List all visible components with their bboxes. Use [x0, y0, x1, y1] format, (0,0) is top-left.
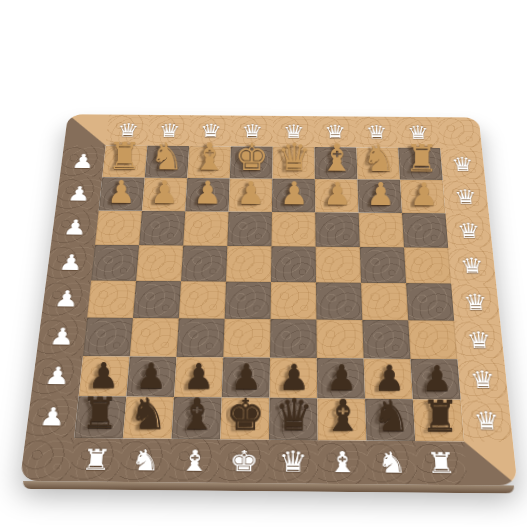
piece-white-pawn[interactable]: ♟: [279, 177, 308, 209]
border-cutout-crown-owl-hole: ♛: [465, 328, 492, 351]
border-cutout-crown-owl-hole: ♛: [456, 220, 482, 241]
rim-left: ♟: [41, 280, 91, 317]
piece-white-pawn[interactable]: ♟: [150, 176, 179, 208]
board-square[interactable]: [223, 319, 270, 358]
board-square[interactable]: ♜: [413, 399, 464, 441]
board-square[interactable]: ♜: [74, 396, 126, 438]
chess-board-grid: ♛♛♛♛♛♛♛♛♟♜♞♝♚♛♝♞♜♛♟♟♟♟♟♟♟♟♟♛♟♛♟♛♟♛♟♛♟♟♟♟…: [20, 114, 518, 485]
border-cutout-rook-hole: ♜: [426, 448, 458, 477]
board-square[interactable]: ♞: [123, 397, 174, 439]
border-cutout-bishop-hole: ♝: [328, 447, 358, 476]
piece-white-pawn[interactable]: ♟: [366, 178, 395, 210]
border-cutout-pawn-silhouette-hole: ♟: [53, 287, 80, 309]
rim-left: ♟: [60, 145, 106, 177]
board-square[interactable]: ♟: [315, 179, 359, 213]
border-cutout-crown-owl-hole: ♛: [450, 154, 475, 173]
rim-bottom: ♝: [169, 439, 220, 483]
board-square[interactable]: [316, 282, 362, 320]
border-cutout-crown-owl-hole: ♛: [472, 408, 500, 433]
board-square[interactable]: [406, 283, 454, 321]
border-cutout-pawn-silhouette-hole: ♟: [70, 151, 95, 170]
border-cutout-crown-owl-hole: ♛: [469, 367, 497, 391]
rim-right: ♛: [445, 213, 492, 248]
piece-black-queen[interactable]: ♛: [274, 393, 313, 437]
border-cutout-queen-hole: ♛: [278, 447, 308, 476]
rim-right: ♛: [440, 148, 485, 180]
board-square[interactable]: [270, 319, 317, 358]
border-cutout-bishop-hole: ♝: [179, 446, 210, 475]
board-square[interactable]: [271, 282, 317, 320]
border-cutout-pawn-silhouette-hole: ♟: [43, 364, 71, 388]
board-square[interactable]: ♟: [272, 179, 315, 213]
border-cutout-rook-hole: ♜: [80, 445, 112, 474]
rim-left: ♟: [46, 244, 95, 280]
rim-right: ♛: [457, 359, 508, 400]
board-square[interactable]: ♟: [229, 178, 273, 211]
board-square[interactable]: [361, 283, 408, 321]
board-square[interactable]: ♝: [172, 397, 222, 439]
piece-white-bishop[interactable]: ♝: [192, 138, 226, 176]
rim-corner-top-left: [64, 114, 109, 145]
photo-background: { "game": "chess", "scene_description": …: [0, 0, 527, 527]
rim-bottom: ♝: [318, 440, 368, 484]
border-cutout-pawn-silhouette-hole: ♟: [62, 217, 88, 238]
rim-left: ♟: [31, 356, 83, 397]
rim-right: ♛: [461, 400, 513, 442]
piece-black-knight[interactable]: ♞: [371, 393, 410, 437]
piece-white-pawn[interactable]: ♟: [193, 177, 222, 209]
board-square[interactable]: [133, 281, 181, 318]
board-square[interactable]: [402, 213, 448, 248]
rim-bottom: ♚: [219, 439, 269, 483]
piece-black-king[interactable]: ♚: [225, 392, 264, 436]
board-square[interactable]: [359, 213, 404, 248]
board-square[interactable]: [271, 246, 316, 282]
board-square[interactable]: [183, 211, 228, 246]
rim-bottom: ♞: [366, 441, 417, 485]
border-cutout-pawn-silhouette-hole: ♟: [58, 252, 85, 274]
board-square[interactable]: [83, 318, 133, 357]
piece-white-rook[interactable]: ♜: [107, 137, 141, 175]
piece-black-knight[interactable]: ♞: [128, 391, 167, 435]
piece-white-pawn[interactable]: ♟: [236, 177, 265, 209]
board-square[interactable]: [95, 210, 142, 245]
board-square[interactable]: ♟: [142, 178, 187, 211]
board-square[interactable]: ♚: [220, 397, 269, 439]
board-square[interactable]: [408, 320, 457, 359]
board-square[interactable]: [91, 245, 139, 281]
rim-bottom: ♛: [268, 440, 318, 484]
board-square[interactable]: [360, 247, 406, 283]
border-cutout-knight-hole: ♞: [130, 446, 162, 475]
board-square[interactable]: [139, 211, 185, 246]
chess-board-scene: ♛♛♛♛♛♛♛♛♟♜♞♝♚♛♝♞♜♛♟♟♟♟♟♟♟♟♟♛♟♛♟♛♟♛♟♛♟♟♟♟…: [46, 57, 496, 507]
rim-bottom: ♜: [415, 441, 467, 485]
board-square[interactable]: [227, 212, 272, 247]
board-square[interactable]: ♞: [365, 399, 415, 441]
piece-white-queen[interactable]: ♛: [277, 138, 311, 176]
board-square[interactable]: [181, 246, 227, 282]
board-square[interactable]: ♟: [357, 179, 402, 213]
board-square[interactable]: [404, 247, 451, 283]
board-square[interactable]: [316, 320, 363, 359]
border-cutout-crown-owl-hole: ♛: [462, 291, 489, 314]
piece-white-pawn[interactable]: ♟: [323, 178, 352, 210]
board-square[interactable]: [226, 246, 271, 282]
rim-corner-bottom-right: [464, 441, 517, 485]
rim-right: ♛: [448, 248, 496, 284]
board-square[interactable]: [130, 318, 179, 357]
rim-left: ♟: [51, 210, 99, 245]
rim-bottom: ♜: [70, 438, 123, 482]
piece-white-knight[interactable]: ♞: [149, 137, 183, 175]
board-square[interactable]: ♛: [269, 398, 318, 440]
board-square[interactable]: ♟: [99, 177, 145, 210]
rim-bottom: ♞: [119, 438, 171, 482]
border-cutout-pawn-silhouette-hole: ♟: [48, 325, 76, 348]
piece-black-rook[interactable]: ♜: [420, 394, 459, 438]
piece-white-knight[interactable]: ♞: [362, 139, 396, 177]
rim-left: ♟: [36, 317, 87, 356]
border-cutout-knight-hole: ♞: [377, 448, 408, 477]
piece-black-bishop[interactable]: ♝: [323, 393, 362, 437]
piece-black-rook[interactable]: ♜: [80, 391, 119, 435]
piece-white-pawn[interactable]: ♟: [106, 176, 135, 208]
rim-left: ♟: [55, 177, 102, 210]
board-square[interactable]: ♟: [400, 180, 445, 214]
chess-board-plate: ♛♛♛♛♛♛♛♛♟♜♞♝♚♛♝♞♜♛♟♟♟♟♟♟♟♟♟♛♟♛♟♛♟♛♟♛♟♟♟♟…: [20, 114, 518, 485]
piece-white-rook[interactable]: ♜: [404, 139, 438, 177]
piece-white-bishop[interactable]: ♝: [319, 139, 353, 177]
rim-corner-top-right: [438, 117, 482, 148]
border-cutout-pawn-silhouette-hole: ♟: [66, 184, 91, 204]
board-square[interactable]: [136, 245, 183, 281]
board-square[interactable]: [176, 318, 224, 357]
rim-right: ♛: [443, 180, 489, 214]
board-square[interactable]: ♝: [317, 398, 366, 440]
piece-white-pawn[interactable]: ♟: [409, 178, 438, 210]
rim-left: ♟: [26, 396, 79, 438]
piece-black-bishop[interactable]: ♝: [177, 392, 216, 436]
border-cutout-king-hole: ♚: [229, 446, 259, 475]
board-square[interactable]: [87, 280, 136, 317]
board-square[interactable]: [315, 212, 360, 247]
board-square[interactable]: [179, 281, 226, 318]
piece-white-king[interactable]: ♚: [234, 138, 268, 176]
board-square[interactable]: [271, 212, 315, 247]
rim-corner-bottom-left: [20, 437, 74, 481]
border-cutout-pawn-silhouette-hole: ♟: [38, 404, 67, 429]
rim-right: ♛: [454, 321, 504, 360]
board-square[interactable]: [316, 247, 361, 283]
board-square[interactable]: [225, 282, 271, 319]
rim-right: ♛: [451, 284, 500, 322]
board-square[interactable]: [362, 320, 410, 359]
board-square[interactable]: ♟: [185, 178, 230, 211]
border-cutout-crown-owl-hole: ♛: [459, 255, 485, 277]
border-cutout-crown-owl-hole: ♛: [453, 187, 478, 207]
